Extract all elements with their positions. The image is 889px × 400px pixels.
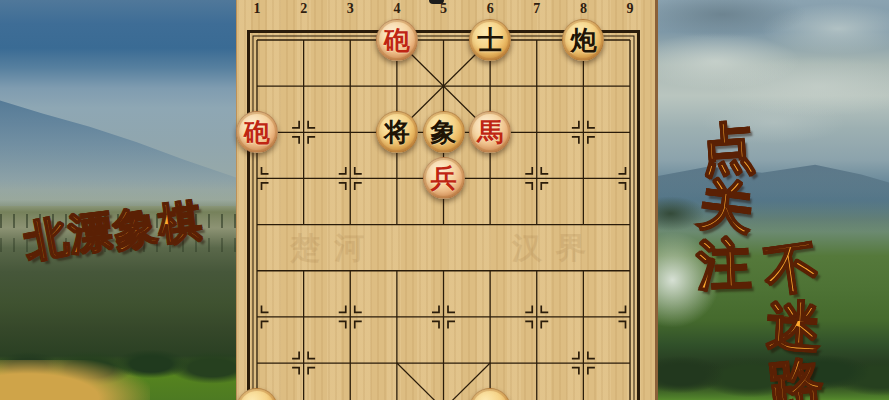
cta-follow-char: 点 [699, 118, 757, 180]
wood-grain-texture [237, 0, 655, 400]
piece-character: 象 [431, 119, 457, 145]
channel-title-char: 象 [109, 197, 161, 262]
cta-follow-char: 注 [696, 235, 752, 295]
cloud-layer [658, 0, 889, 180]
column-label-7: 7 [533, 1, 540, 17]
column-label-1: 1 [254, 1, 261, 17]
cta-no-lost-char: 不 [761, 237, 823, 302]
column-label-6: 6 [487, 1, 494, 17]
cta-follow-text: 点关注 [696, 119, 756, 295]
wheat-field [0, 360, 150, 400]
piece-black-advisor[interactable]: 士 [469, 19, 511, 61]
piece-character: 兵 [431, 165, 457, 191]
channel-title-char: 北 [20, 207, 73, 272]
xiangqi-board-panel [236, 0, 658, 400]
column-label-2: 2 [300, 1, 307, 17]
river-text-left: 楚河 [290, 228, 378, 269]
cta-follow-char: 关 [696, 175, 757, 239]
cta-no-lost-text: 不迷路 [764, 239, 824, 400]
channel-title-char: 棋 [155, 192, 205, 255]
piece-character: 将 [384, 119, 410, 145]
piece-red-soldier[interactable]: 兵 [423, 157, 465, 199]
piece-character: 砲 [384, 27, 410, 53]
piece-character: 士 [477, 27, 503, 53]
column-label-3: 3 [347, 1, 354, 17]
screenshot-root: 123456789 楚河 汉界 砲士炮砲将象馬兵 北漂象棋 点关注 不迷路 [0, 0, 889, 400]
piece-red-cannon[interactable]: 砲 [376, 19, 418, 61]
piece-black-elephant[interactable]: 象 [423, 111, 465, 153]
piece-character: 砲 [244, 119, 270, 145]
column-label-8: 8 [580, 1, 587, 17]
cta-no-lost-char: 路 [766, 353, 826, 400]
piece-character: 炮 [570, 27, 596, 53]
left-hill-silhouette [0, 96, 236, 206]
column-label-9: 9 [627, 1, 634, 17]
column-label-4: 4 [393, 1, 400, 17]
river-text-right: 汉界 [512, 228, 600, 269]
river-text: 楚河 汉界 [290, 228, 600, 269]
cutoff-element [429, 0, 444, 4]
piece-red-cannon[interactable]: 砲 [236, 111, 278, 153]
cta-no-lost-char: 迷 [766, 297, 823, 358]
piece-black-general[interactable]: 将 [376, 111, 418, 153]
channel-title-char: 漂 [66, 202, 116, 265]
piece-character: 馬 [477, 119, 503, 145]
